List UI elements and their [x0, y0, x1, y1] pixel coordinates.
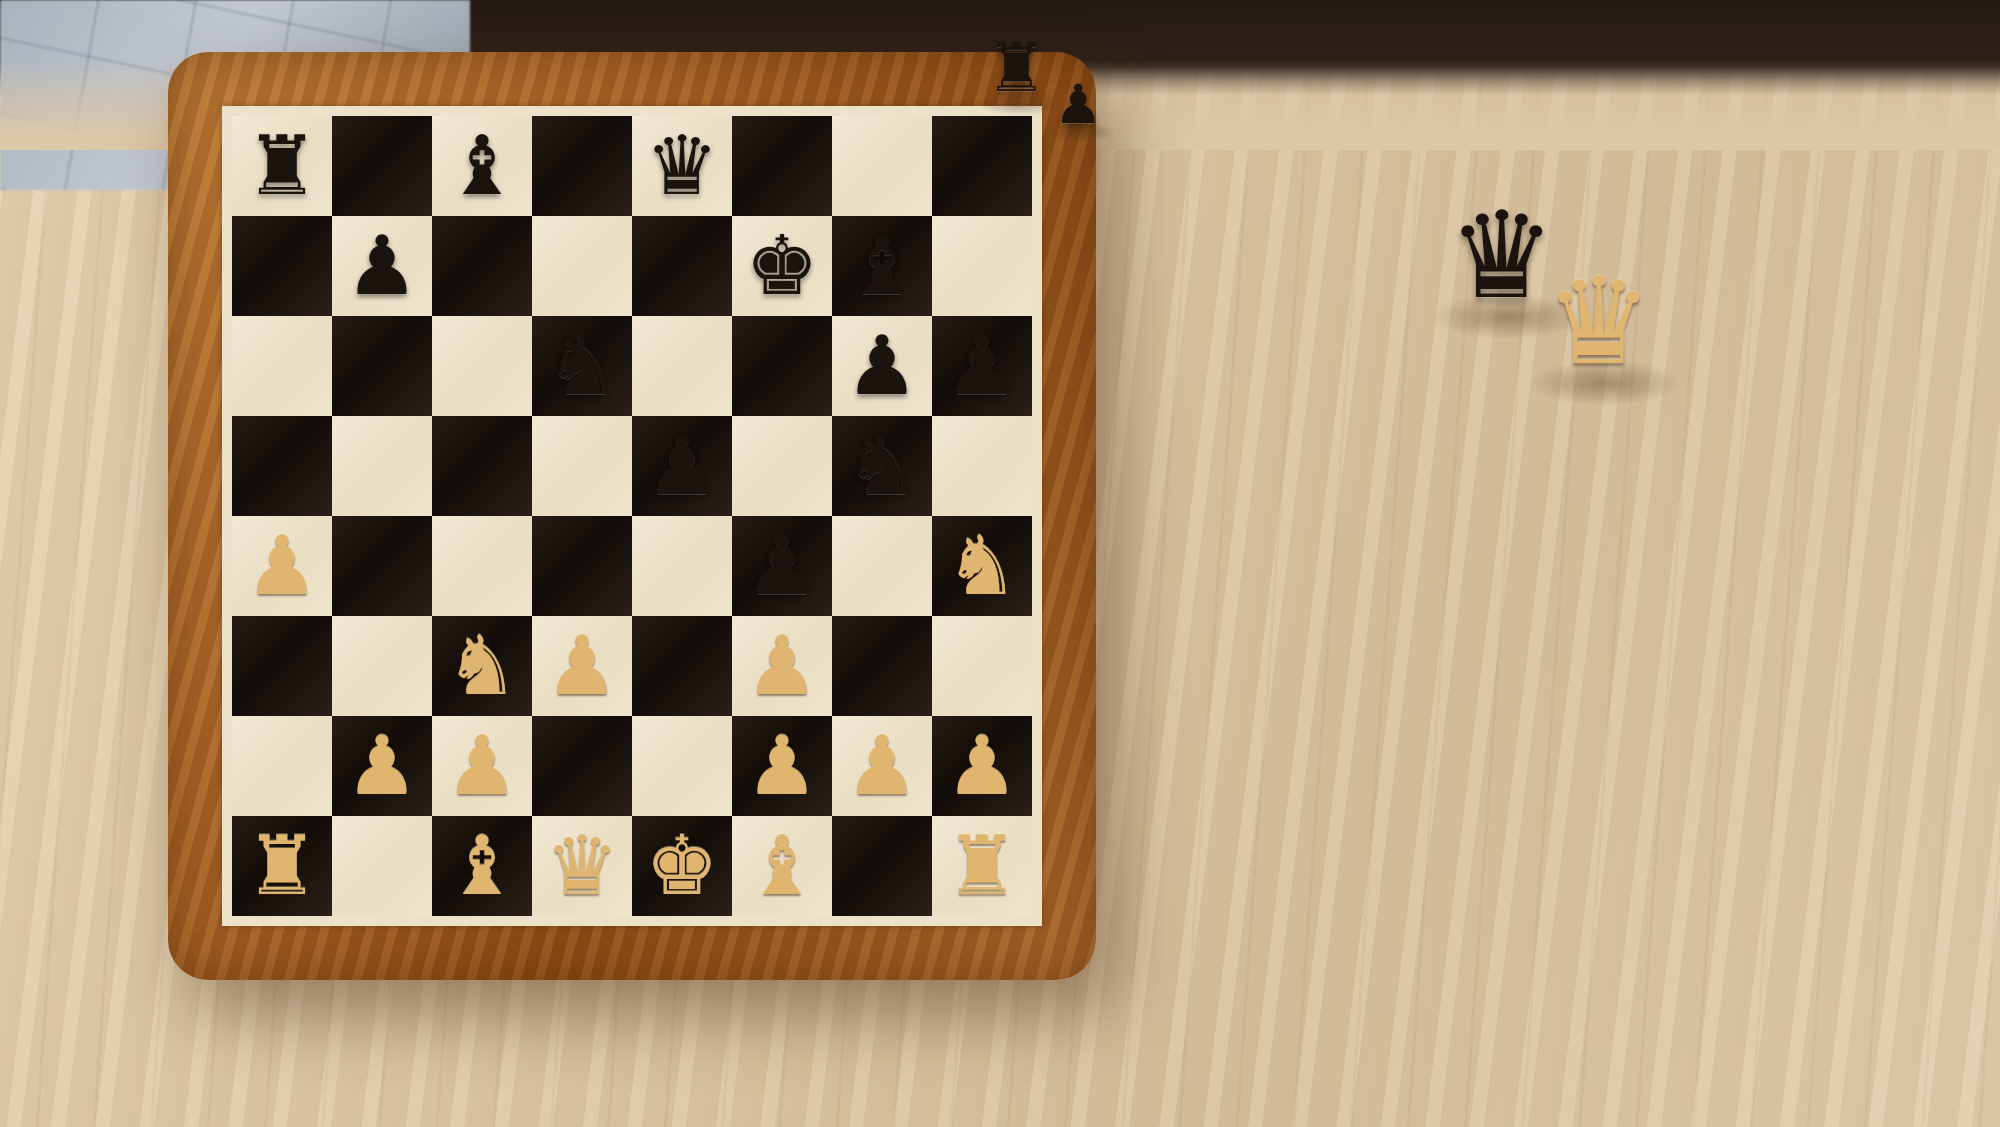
- square-f6[interactable]: [732, 316, 832, 416]
- black-knight[interactable]: ♞: [532, 316, 632, 416]
- white-queen[interactable]: ♛: [532, 816, 632, 916]
- square-b8[interactable]: [332, 116, 432, 216]
- square-f1[interactable]: ♝: [732, 816, 832, 916]
- square-g7[interactable]: ♝: [832, 216, 932, 316]
- square-d7[interactable]: [532, 216, 632, 316]
- black-bishop[interactable]: ♝: [432, 116, 532, 216]
- square-c1[interactable]: ♝: [432, 816, 532, 916]
- square-f7[interactable]: ♚: [732, 216, 832, 316]
- square-b7[interactable]: ♟: [332, 216, 432, 316]
- square-h4[interactable]: ♞: [932, 516, 1032, 616]
- square-a6[interactable]: [232, 316, 332, 416]
- board-margin: ♜♝♛♟♚♝♞♟♟♟♞♟♟♞♞♟♟♟♟♟♟♟♜♝♛♚♝♜: [222, 106, 1042, 926]
- white-pawn[interactable]: ♟: [932, 716, 1032, 816]
- square-b4[interactable]: [332, 516, 432, 616]
- square-e6[interactable]: [632, 316, 732, 416]
- square-d4[interactable]: [532, 516, 632, 616]
- captured-black-pawn[interactable]: ♟: [1054, 78, 1102, 132]
- square-e3[interactable]: [632, 616, 732, 716]
- chess-board-frame: ♜♝♛♟♚♝♞♟♟♟♞♟♟♞♞♟♟♟♟♟♟♟♜♝♛♚♝♜: [168, 52, 1096, 980]
- white-pawn[interactable]: ♟: [532, 616, 632, 716]
- black-rook[interactable]: ♜: [232, 116, 332, 216]
- white-knight[interactable]: ♞: [432, 616, 532, 716]
- square-a1[interactable]: ♜: [232, 816, 332, 916]
- square-e4[interactable]: [632, 516, 732, 616]
- square-c4[interactable]: [432, 516, 532, 616]
- black-pawn[interactable]: ♟: [932, 316, 1032, 416]
- square-c2[interactable]: ♟: [432, 716, 532, 816]
- square-e2[interactable]: [632, 716, 732, 816]
- square-h2[interactable]: ♟: [932, 716, 1032, 816]
- square-a7[interactable]: [232, 216, 332, 316]
- square-e7[interactable]: [632, 216, 732, 316]
- square-g6[interactable]: ♟: [832, 316, 932, 416]
- square-g1[interactable]: [832, 816, 932, 916]
- spare-black-queen[interactable]: ♛: [1448, 196, 1556, 316]
- square-h1[interactable]: ♜: [932, 816, 1032, 916]
- square-d3[interactable]: ♟: [532, 616, 632, 716]
- black-pawn[interactable]: ♟: [332, 216, 432, 316]
- square-c7[interactable]: [432, 216, 532, 316]
- black-pawn[interactable]: ♟: [832, 316, 932, 416]
- square-e8[interactable]: ♛: [632, 116, 732, 216]
- square-h5[interactable]: [932, 416, 1032, 516]
- white-bishop[interactable]: ♝: [432, 816, 532, 916]
- square-c6[interactable]: [432, 316, 532, 416]
- spare-white-queen[interactable]: ♛: [1545, 262, 1653, 382]
- square-a8[interactable]: ♜: [232, 116, 332, 216]
- white-pawn[interactable]: ♟: [732, 716, 832, 816]
- square-c5[interactable]: [432, 416, 532, 516]
- square-g8[interactable]: [832, 116, 932, 216]
- square-d8[interactable]: [532, 116, 632, 216]
- square-f4[interactable]: ♟: [732, 516, 832, 616]
- square-b2[interactable]: ♟: [332, 716, 432, 816]
- square-a4[interactable]: ♟: [232, 516, 332, 616]
- black-king[interactable]: ♚: [732, 216, 832, 316]
- square-b1[interactable]: [332, 816, 432, 916]
- captured-black-rook[interactable]: ♜: [986, 34, 1047, 102]
- square-e5[interactable]: ♟: [632, 416, 732, 516]
- square-a2[interactable]: [232, 716, 332, 816]
- white-rook[interactable]: ♜: [932, 816, 1032, 916]
- white-pawn[interactable]: ♟: [232, 516, 332, 616]
- white-pawn[interactable]: ♟: [332, 716, 432, 816]
- chess-board: ♜♝♛♟♚♝♞♟♟♟♞♟♟♞♞♟♟♟♟♟♟♟♜♝♛♚♝♜: [232, 116, 1032, 916]
- square-h7[interactable]: [932, 216, 1032, 316]
- square-d6[interactable]: ♞: [532, 316, 632, 416]
- square-f3[interactable]: ♟: [732, 616, 832, 716]
- black-pawn[interactable]: ♟: [732, 516, 832, 616]
- white-pawn[interactable]: ♟: [732, 616, 832, 716]
- black-queen[interactable]: ♛: [632, 116, 732, 216]
- square-g2[interactable]: ♟: [832, 716, 932, 816]
- white-pawn[interactable]: ♟: [832, 716, 932, 816]
- square-h6[interactable]: ♟: [932, 316, 1032, 416]
- square-f5[interactable]: [732, 416, 832, 516]
- white-knight[interactable]: ♞: [932, 516, 1032, 616]
- square-g5[interactable]: ♞: [832, 416, 932, 516]
- square-f8[interactable]: [732, 116, 832, 216]
- square-d2[interactable]: [532, 716, 632, 816]
- white-bishop[interactable]: ♝: [732, 816, 832, 916]
- square-f2[interactable]: ♟: [732, 716, 832, 816]
- square-c8[interactable]: ♝: [432, 116, 532, 216]
- white-king[interactable]: ♚: [632, 816, 732, 916]
- square-d1[interactable]: ♛: [532, 816, 632, 916]
- square-h8[interactable]: [932, 116, 1032, 216]
- square-g3[interactable]: [832, 616, 932, 716]
- square-g4[interactable]: [832, 516, 932, 616]
- square-c3[interactable]: ♞: [432, 616, 532, 716]
- black-pawn[interactable]: ♟: [632, 416, 732, 516]
- black-knight[interactable]: ♞: [832, 416, 932, 516]
- square-a3[interactable]: [232, 616, 332, 716]
- square-a5[interactable]: [232, 416, 332, 516]
- white-rook[interactable]: ♜: [232, 816, 332, 916]
- white-pawn[interactable]: ♟: [432, 716, 532, 816]
- square-b3[interactable]: [332, 616, 432, 716]
- square-d5[interactable]: [532, 416, 632, 516]
- black-bishop[interactable]: ♝: [832, 216, 932, 316]
- square-b6[interactable]: [332, 316, 432, 416]
- square-b5[interactable]: [332, 416, 432, 516]
- square-e1[interactable]: ♚: [632, 816, 732, 916]
- square-h3[interactable]: [932, 616, 1032, 716]
